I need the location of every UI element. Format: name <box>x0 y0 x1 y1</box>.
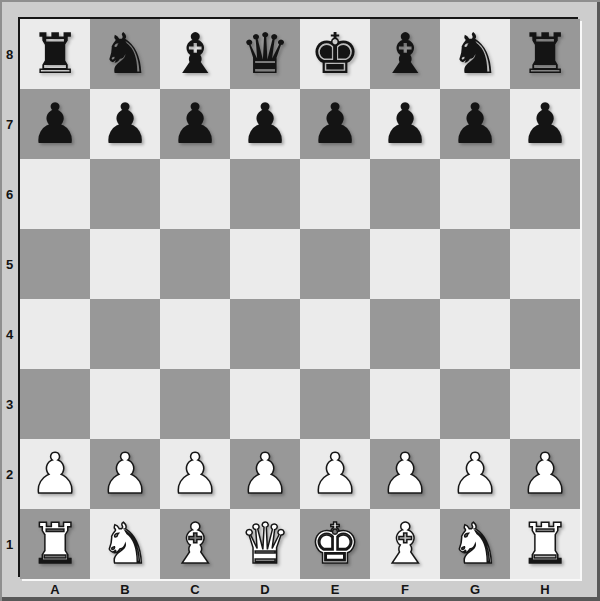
square-h4[interactable] <box>510 299 580 369</box>
piece-black-pawn[interactable]: ♟ <box>240 96 290 152</box>
square-f6[interactable] <box>370 159 440 229</box>
file-label-d: D <box>230 581 300 597</box>
square-d7[interactable]: ♟ <box>230 89 300 159</box>
piece-black-pawn[interactable]: ♟ <box>520 96 570 152</box>
file-label-b: B <box>90 581 160 597</box>
rank-label-3: 3 <box>0 369 19 439</box>
piece-white-pawn[interactable]: ♟ <box>380 446 430 502</box>
square-d4[interactable] <box>230 299 300 369</box>
square-g6[interactable] <box>440 159 510 229</box>
square-c6[interactable] <box>160 159 230 229</box>
piece-black-pawn[interactable]: ♟ <box>310 96 360 152</box>
piece-white-bishop[interactable]: ♝ <box>170 516 220 572</box>
piece-white-pawn[interactable]: ♟ <box>520 446 570 502</box>
piece-black-queen[interactable]: ♛ <box>240 26 290 82</box>
square-b1[interactable]: ♞ <box>90 509 160 579</box>
square-a6[interactable] <box>20 159 90 229</box>
rank-labels: 87654321 <box>0 19 19 579</box>
piece-black-pawn[interactable]: ♟ <box>100 96 150 152</box>
square-b8[interactable]: ♞ <box>90 19 160 89</box>
file-label-c: C <box>160 581 230 597</box>
rank-label-7: 7 <box>0 89 19 159</box>
square-f1[interactable]: ♝ <box>370 509 440 579</box>
square-c5[interactable] <box>160 229 230 299</box>
rank-label-5: 5 <box>0 229 19 299</box>
rank-label-2: 2 <box>0 439 19 509</box>
square-a4[interactable] <box>20 299 90 369</box>
square-h6[interactable] <box>510 159 580 229</box>
square-e1[interactable]: ♚ <box>300 509 370 579</box>
file-label-e: E <box>300 581 370 597</box>
square-e4[interactable] <box>300 299 370 369</box>
square-a8[interactable]: ♜ <box>20 19 90 89</box>
square-f7[interactable]: ♟ <box>370 89 440 159</box>
square-a1[interactable]: ♜ <box>20 509 90 579</box>
square-g4[interactable] <box>440 299 510 369</box>
piece-white-pawn[interactable]: ♟ <box>310 446 360 502</box>
piece-black-pawn[interactable]: ♟ <box>30 96 80 152</box>
piece-white-queen[interactable]: ♛ <box>240 516 290 572</box>
file-labels: ABCDEFGH <box>20 581 580 597</box>
file-label-f: F <box>370 581 440 597</box>
piece-white-pawn[interactable]: ♟ <box>170 446 220 502</box>
square-g5[interactable] <box>440 229 510 299</box>
square-d2[interactable]: ♟ <box>230 439 300 509</box>
square-c2[interactable]: ♟ <box>160 439 230 509</box>
square-b3[interactable] <box>90 369 160 439</box>
piece-black-bishop[interactable]: ♝ <box>380 26 430 82</box>
square-e2[interactable]: ♟ <box>300 439 370 509</box>
file-label-g: G <box>440 581 510 597</box>
square-b4[interactable] <box>90 299 160 369</box>
square-d3[interactable] <box>230 369 300 439</box>
rank-label-6: 6 <box>0 159 19 229</box>
rank-label-1: 1 <box>0 509 19 579</box>
square-h2[interactable]: ♟ <box>510 439 580 509</box>
square-a2[interactable]: ♟ <box>20 439 90 509</box>
piece-black-rook[interactable]: ♜ <box>30 26 80 82</box>
rank-label-8: 8 <box>0 19 19 89</box>
square-b6[interactable] <box>90 159 160 229</box>
piece-white-bishop[interactable]: ♝ <box>380 516 430 572</box>
square-e3[interactable] <box>300 369 370 439</box>
square-h1[interactable]: ♜ <box>510 509 580 579</box>
square-g7[interactable]: ♟ <box>440 89 510 159</box>
chess-board: ♜♞♝♛♚♝♞♜♟♟♟♟♟♟♟♟♟♟♟♟♟♟♟♟♜♞♝♛♚♝♞♜ <box>20 19 580 579</box>
piece-white-king[interactable]: ♚ <box>310 516 360 572</box>
square-d8[interactable]: ♛ <box>230 19 300 89</box>
square-g3[interactable] <box>440 369 510 439</box>
square-g1[interactable]: ♞ <box>440 509 510 579</box>
square-g2[interactable]: ♟ <box>440 439 510 509</box>
square-c3[interactable] <box>160 369 230 439</box>
square-e6[interactable] <box>300 159 370 229</box>
piece-white-rook[interactable]: ♜ <box>30 516 80 572</box>
square-c4[interactable] <box>160 299 230 369</box>
square-c8[interactable]: ♝ <box>160 19 230 89</box>
square-a7[interactable]: ♟ <box>20 89 90 159</box>
square-e5[interactable] <box>300 229 370 299</box>
piece-black-rook[interactable]: ♜ <box>520 26 570 82</box>
piece-white-pawn[interactable]: ♟ <box>240 446 290 502</box>
piece-white-knight[interactable]: ♞ <box>450 516 500 572</box>
piece-black-knight[interactable]: ♞ <box>100 26 150 82</box>
square-f2[interactable]: ♟ <box>370 439 440 509</box>
square-f8[interactable]: ♝ <box>370 19 440 89</box>
square-h8[interactable]: ♜ <box>510 19 580 89</box>
file-label-a: A <box>20 581 90 597</box>
piece-black-king[interactable]: ♚ <box>310 26 360 82</box>
piece-white-pawn[interactable]: ♟ <box>450 446 500 502</box>
square-d6[interactable] <box>230 159 300 229</box>
square-e7[interactable]: ♟ <box>300 89 370 159</box>
piece-white-pawn[interactable]: ♟ <box>30 446 80 502</box>
piece-black-knight[interactable]: ♞ <box>450 26 500 82</box>
chessboard-window: 87654321 ABCDEFGH ♜♞♝♛♚♝♞♜♟♟♟♟♟♟♟♟♟♟♟♟♟♟… <box>0 0 600 601</box>
square-e8[interactable]: ♚ <box>300 19 370 89</box>
square-h3[interactable] <box>510 369 580 439</box>
square-b5[interactable] <box>90 229 160 299</box>
square-f5[interactable] <box>370 229 440 299</box>
square-b2[interactable]: ♟ <box>90 439 160 509</box>
piece-white-pawn[interactable]: ♟ <box>100 446 150 502</box>
square-d5[interactable] <box>230 229 300 299</box>
file-label-h: H <box>510 581 580 597</box>
square-c7[interactable]: ♟ <box>160 89 230 159</box>
square-a5[interactable] <box>20 229 90 299</box>
square-f3[interactable] <box>370 369 440 439</box>
piece-black-pawn[interactable]: ♟ <box>170 96 220 152</box>
piece-black-pawn[interactable]: ♟ <box>380 96 430 152</box>
square-h7[interactable]: ♟ <box>510 89 580 159</box>
square-b7[interactable]: ♟ <box>90 89 160 159</box>
square-c1[interactable]: ♝ <box>160 509 230 579</box>
piece-black-bishop[interactable]: ♝ <box>170 26 220 82</box>
square-f4[interactable] <box>370 299 440 369</box>
square-h5[interactable] <box>510 229 580 299</box>
piece-white-rook[interactable]: ♜ <box>520 516 570 572</box>
square-d1[interactable]: ♛ <box>230 509 300 579</box>
square-a3[interactable] <box>20 369 90 439</box>
piece-white-knight[interactable]: ♞ <box>100 516 150 572</box>
square-g8[interactable]: ♞ <box>440 19 510 89</box>
piece-black-pawn[interactable]: ♟ <box>450 96 500 152</box>
rank-label-4: 4 <box>0 299 19 369</box>
